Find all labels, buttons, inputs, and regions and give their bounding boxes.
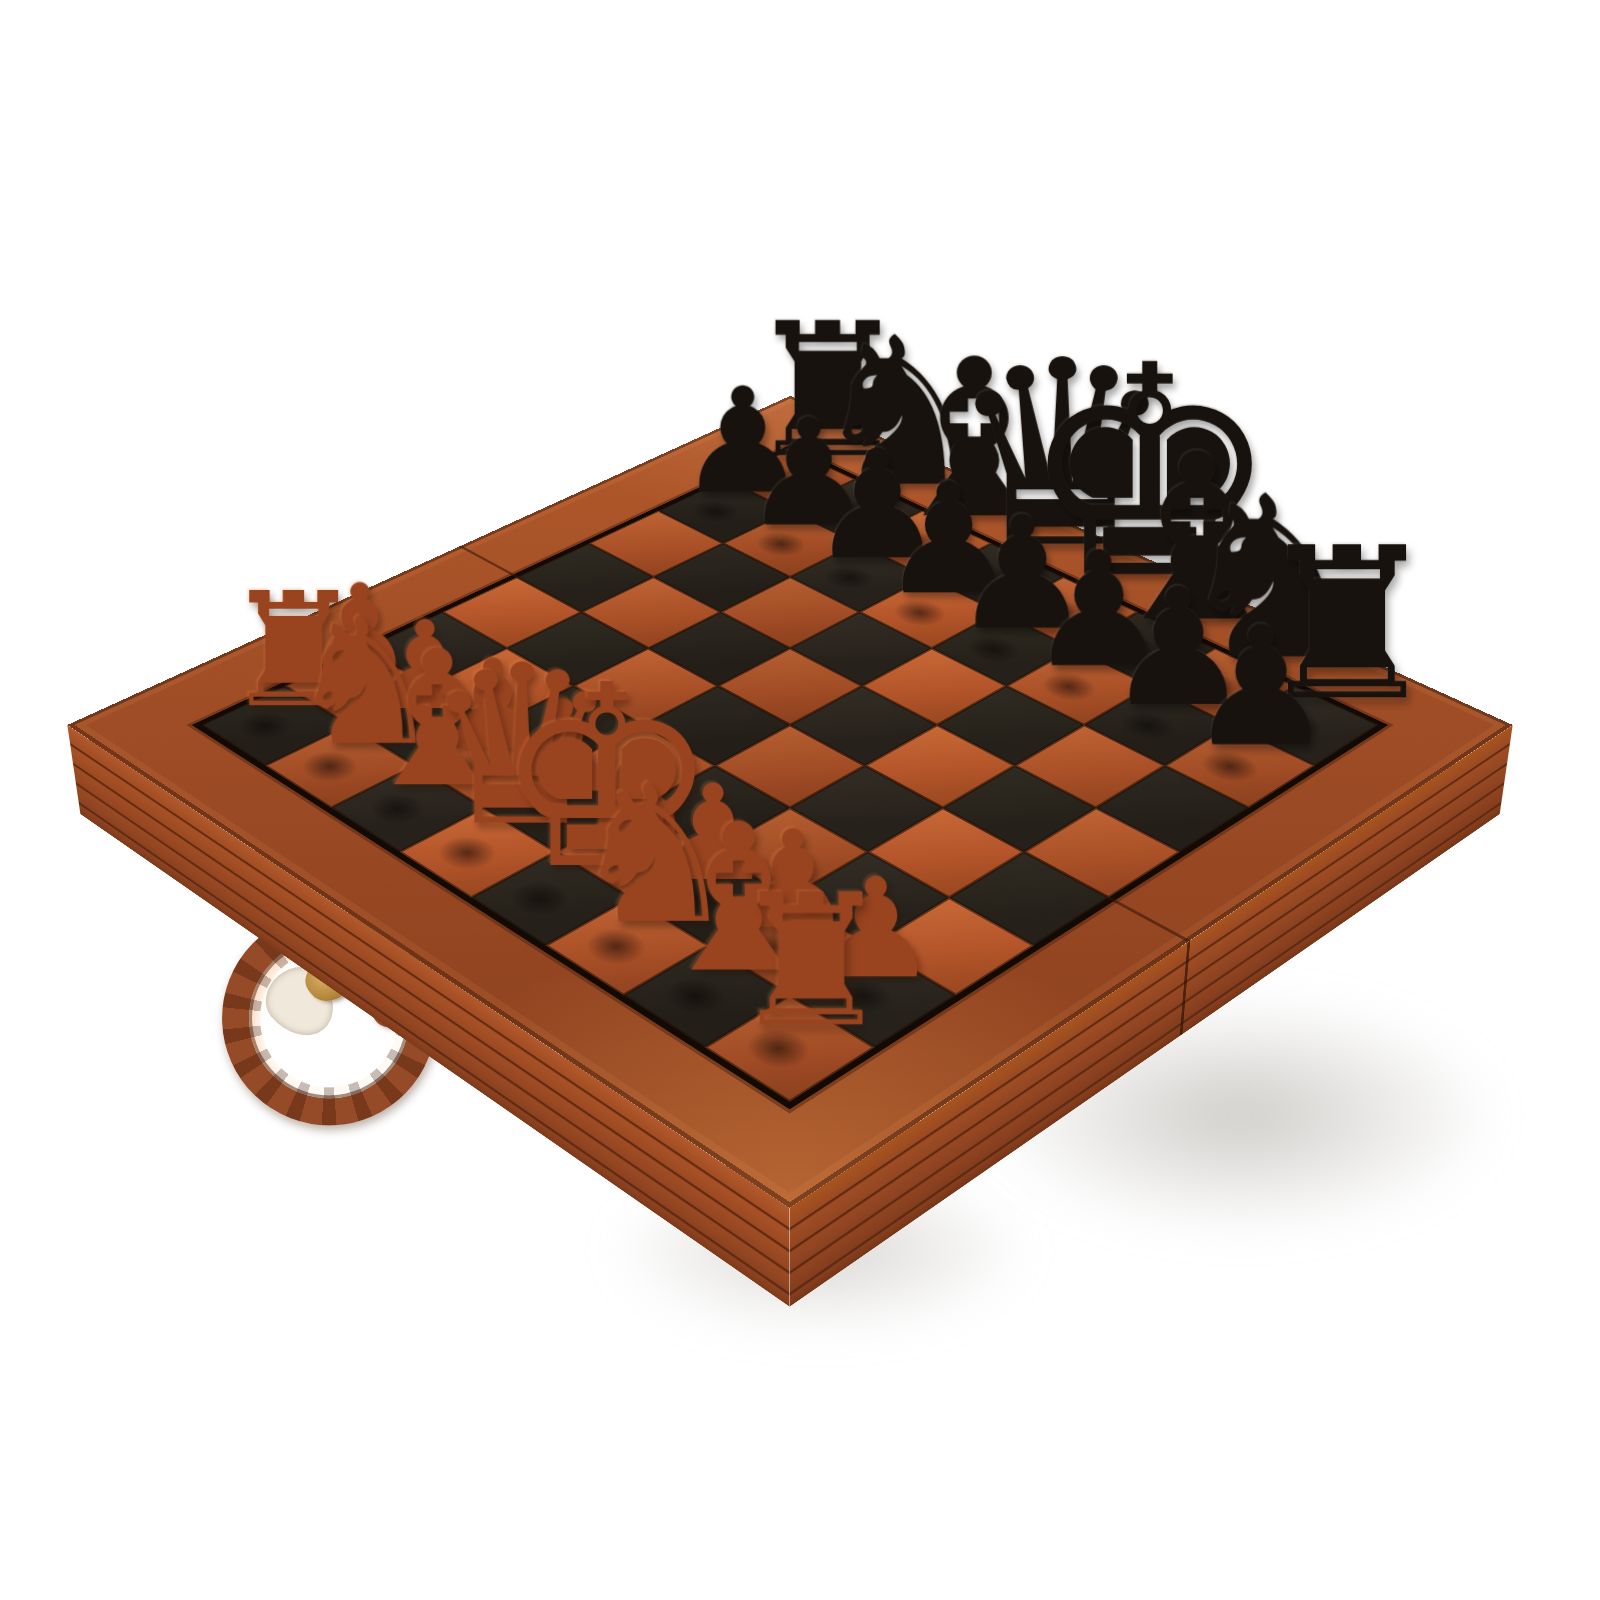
chess-piece-glyph: ♟	[1187, 608, 1293, 765]
chess-board: ♜♞♝♛♚♝♞♜♟♟♟♟♟♟♟♟♟♟♟♟♟♟♟♟♜♞♝♛♚♞♝♜	[67, 396, 1512, 1208]
chess-piece-glyph: ♜	[730, 874, 850, 1048]
fold-seam-side	[1180, 940, 1191, 1036]
scene-perspective: ♜♞♝♛♚♝♞♜♟♟♟♟♟♟♟♟♟♟♟♟♟♟♟♟♜♞♝♛♚♞♝♜	[0, 0, 1600, 1600]
photo-backdrop: { "game": "chess", "scene": { "setting":…	[0, 0, 1600, 1600]
piece-wR-h1[interactable]: ♜	[705, 995, 875, 1102]
